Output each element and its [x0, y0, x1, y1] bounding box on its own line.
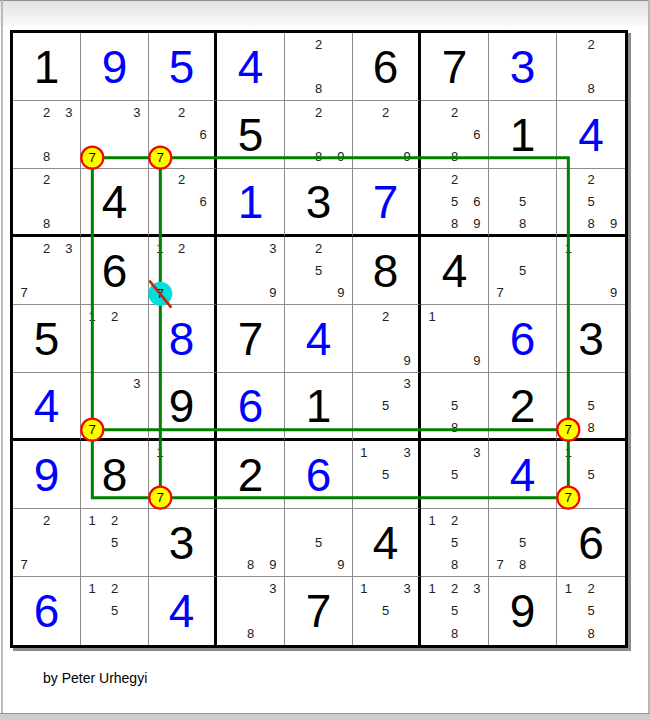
cell-r7c5[interactable]: 6: [285, 441, 353, 509]
empty-mark-slot: [81, 416, 103, 438]
pencil-marks: 29: [353, 101, 418, 168]
empty-mark-slot: [81, 395, 103, 417]
empty-mark-slot: [35, 191, 57, 213]
pencil-mark-1: 1: [557, 577, 580, 600]
cell-r9c7[interactable]: 12358: [421, 577, 489, 645]
empty-mark-slot: [13, 531, 35, 553]
cell-r9c1[interactable]: 6: [13, 577, 81, 645]
cell-r9c5[interactable]: 7: [285, 577, 353, 645]
empty-mark-slot: [421, 123, 443, 145]
cell-r6c5[interactable]: 1: [285, 373, 353, 441]
cell-r2c9[interactable]: 4: [557, 101, 625, 169]
pencil-mark-2: 2: [35, 101, 57, 123]
cell-r9c9[interactable]: 1258: [557, 577, 625, 645]
cell-r5c8[interactable]: 6: [489, 305, 557, 373]
empty-mark-slot: [285, 531, 307, 553]
cell-r7c3[interactable]: 1: [149, 441, 217, 509]
cell-r5c9[interactable]: 3: [557, 305, 625, 373]
pencil-mark-9: 9: [466, 350, 488, 372]
empty-mark-slot: [126, 123, 148, 145]
empty-mark-slot: [149, 282, 171, 304]
pencil-mark-2: 2: [375, 305, 397, 327]
cell-r1c4[interactable]: 4: [217, 33, 285, 101]
pencil-mark-1: 1: [421, 509, 443, 531]
solved-digit: 6: [285, 441, 352, 508]
empty-mark-slot: [217, 600, 239, 623]
cell-r4c8[interactable]: 57: [489, 237, 557, 305]
empty-mark-slot: [466, 305, 488, 327]
empty-mark-slot: [466, 395, 488, 417]
empty-mark-slot: [126, 350, 148, 372]
cell-r4c2[interactable]: 6: [81, 237, 149, 305]
empty-mark-slot: [489, 259, 511, 281]
empty-mark-slot: [557, 373, 580, 395]
empty-mark-slot: [192, 237, 214, 259]
empty-mark-slot: [192, 486, 214, 508]
pencil-marks: 89: [217, 509, 284, 576]
cell-r8c1[interactable]: 27: [13, 509, 81, 577]
empty-mark-slot: [149, 259, 171, 281]
cell-r5c6[interactable]: 29: [353, 305, 421, 373]
empty-mark-slot: [443, 305, 465, 327]
empty-mark-slot: [171, 259, 193, 281]
empty-mark-slot: [330, 237, 352, 259]
empty-mark-slot: [602, 191, 625, 213]
empty-mark-slot: [602, 463, 625, 485]
empty-mark-slot: [103, 373, 125, 395]
cell-r2c2[interactable]: 3: [81, 101, 149, 169]
empty-mark-slot: [375, 416, 397, 438]
cell-r5c1[interactable]: 5: [13, 305, 81, 373]
empty-mark-slot: [580, 373, 603, 395]
pencil-mark-9: 9: [396, 146, 418, 168]
cell-r7c1[interactable]: 9: [13, 441, 81, 509]
cell-r9c8[interactable]: 9: [489, 577, 557, 645]
cell-r1c6[interactable]: 6: [353, 33, 421, 101]
cell-r5c5[interactable]: 4: [285, 305, 353, 373]
empty-mark-slot: [534, 212, 556, 234]
cell-r9c4[interactable]: 38: [217, 577, 285, 645]
empty-mark-slot: [580, 55, 603, 77]
pencil-mark-3: 3: [126, 373, 148, 395]
cell-r2c6[interactable]: 29: [353, 101, 421, 169]
cell-r2c4[interactable]: 5: [217, 101, 285, 169]
empty-mark-slot: [421, 212, 443, 234]
empty-mark-slot: [421, 554, 443, 576]
empty-mark-slot: [58, 259, 80, 281]
empty-mark-slot: [307, 509, 329, 531]
cell-r6c4[interactable]: 6: [217, 373, 285, 441]
pencil-marks: 39: [217, 237, 284, 304]
cell-r4c6[interactable]: 8: [353, 237, 421, 305]
empty-mark-slot: [602, 600, 625, 623]
cell-r9c6[interactable]: 135: [353, 577, 421, 645]
empty-mark-slot: [534, 237, 556, 259]
pencil-mark-1: 1: [421, 577, 443, 600]
empty-mark-slot: [421, 622, 443, 645]
empty-mark-slot: [353, 123, 375, 145]
cell-r4c1[interactable]: 237: [13, 237, 81, 305]
cell-r6c2[interactable]: 3: [81, 373, 149, 441]
empty-mark-slot: [149, 169, 171, 191]
pencil-mark-2: 2: [307, 33, 329, 55]
empty-mark-slot: [58, 509, 80, 531]
cell-r2c7[interactable]: 268: [421, 101, 489, 169]
given-digit: 7: [285, 577, 352, 645]
pencil-marks: 26: [149, 101, 214, 168]
empty-mark-slot: [217, 531, 239, 553]
empty-mark-slot: [330, 33, 352, 55]
empty-mark-slot: [81, 531, 103, 553]
pencil-mark-8: 8: [443, 416, 465, 438]
pencil-marks: 125: [81, 577, 148, 645]
empty-mark-slot: [602, 395, 625, 417]
cell-r8c6[interactable]: 4: [353, 509, 421, 577]
pencil-mark-8: 8: [239, 554, 261, 576]
pencil-mark-5: 5: [103, 531, 125, 553]
cell-r4c4[interactable]: 39: [217, 237, 285, 305]
empty-mark-slot: [58, 531, 80, 553]
cell-r2c1[interactable]: 238: [13, 101, 81, 169]
empty-mark-slot: [580, 259, 603, 281]
cell-r7c7[interactable]: 35: [421, 441, 489, 509]
empty-mark-slot: [149, 486, 171, 508]
pencil-mark-3: 3: [396, 441, 418, 463]
empty-mark-slot: [171, 191, 193, 213]
cell-r1c1[interactable]: 1: [13, 33, 81, 101]
pencil-mark-5: 5: [580, 463, 603, 485]
cell-r8c5[interactable]: 59: [285, 509, 353, 577]
cell-r7c6[interactable]: 135: [353, 441, 421, 509]
empty-mark-slot: [421, 191, 443, 213]
empty-mark-slot: [81, 350, 103, 372]
empty-mark-slot: [466, 169, 488, 191]
cell-r2c3[interactable]: 26: [149, 101, 217, 169]
pencil-marks: 12358: [421, 577, 488, 645]
given-digit: 4: [81, 169, 148, 234]
pencil-mark-2: 2: [103, 305, 125, 327]
pencil-marks: 38: [217, 577, 284, 645]
empty-mark-slot: [353, 146, 375, 168]
empty-mark-slot: [58, 146, 80, 168]
pencil-marks: 2589: [557, 169, 625, 234]
cell-r3c7[interactable]: 25689: [421, 169, 489, 237]
empty-mark-slot: [466, 509, 488, 531]
empty-mark-slot: [171, 282, 193, 304]
empty-mark-slot: [353, 101, 375, 123]
cell-r6c6[interactable]: 35: [353, 373, 421, 441]
pencil-mark-3: 3: [58, 237, 80, 259]
cell-r3c2[interactable]: 4: [81, 169, 149, 237]
empty-mark-slot: [126, 395, 148, 417]
pencil-mark-9: 9: [602, 282, 625, 304]
empty-mark-slot: [217, 259, 239, 281]
empty-mark-slot: [353, 600, 375, 623]
cell-r5c3[interactable]: 8: [149, 305, 217, 373]
empty-mark-slot: [602, 55, 625, 77]
cell-r3c5[interactable]: 3: [285, 169, 353, 237]
empty-mark-slot: [511, 237, 533, 259]
empty-mark-slot: [126, 531, 148, 553]
empty-mark-slot: [81, 622, 103, 645]
cell-r1c3[interactable]: 5: [149, 33, 217, 101]
given-digit: 3: [285, 169, 352, 234]
cell-r4c9[interactable]: 19: [557, 237, 625, 305]
empty-mark-slot: [466, 600, 488, 623]
pencil-mark-5: 5: [375, 395, 397, 417]
empty-mark-slot: [126, 146, 148, 168]
empty-mark-slot: [396, 123, 418, 145]
solved-digit: 4: [13, 373, 80, 438]
cell-r5c7[interactable]: 19: [421, 305, 489, 373]
pencil-marks: 3: [81, 101, 148, 168]
empty-mark-slot: [330, 78, 352, 100]
cell-r4c7[interactable]: 4: [421, 237, 489, 305]
empty-mark-slot: [149, 191, 171, 213]
pencil-mark-3: 3: [396, 577, 418, 600]
empty-mark-slot: [557, 191, 580, 213]
pencil-marks: 29: [353, 305, 418, 372]
empty-mark-slot: [534, 509, 556, 531]
pencil-mark-1: 1: [149, 237, 171, 259]
cell-r6c7[interactable]: 58: [421, 373, 489, 441]
cell-r3c3[interactable]: 26: [149, 169, 217, 237]
cell-r2c8[interactable]: 1: [489, 101, 557, 169]
pencil-mark-1: 1: [81, 509, 103, 531]
cell-r5c2[interactable]: 12: [81, 305, 149, 373]
empty-mark-slot: [239, 509, 261, 531]
empty-mark-slot: [443, 486, 465, 508]
pencil-mark-6: 6: [466, 123, 488, 145]
cell-r7c4[interactable]: 2: [217, 441, 285, 509]
cell-r6c3[interactable]: 9: [149, 373, 217, 441]
pencil-marks: 35: [421, 441, 488, 508]
given-digit: 5: [13, 305, 80, 372]
empty-mark-slot: [239, 600, 261, 623]
cell-r8c8[interactable]: 578: [489, 509, 557, 577]
empty-mark-slot: [330, 55, 352, 77]
cell-r3c1[interactable]: 28: [13, 169, 81, 237]
empty-mark-slot: [217, 577, 239, 600]
empty-mark-slot: [330, 259, 352, 281]
empty-mark-slot: [103, 554, 125, 576]
cell-r8c3[interactable]: 3: [149, 509, 217, 577]
pencil-mark-5: 5: [443, 191, 465, 213]
empty-mark-slot: [489, 531, 511, 553]
cell-r1c5[interactable]: 28: [285, 33, 353, 101]
empty-mark-slot: [217, 622, 239, 645]
cell-r7c8[interactable]: 4: [489, 441, 557, 509]
empty-mark-slot: [239, 577, 261, 600]
solved-digit: 3: [489, 33, 556, 100]
empty-mark-slot: [557, 486, 580, 508]
cell-r9c3[interactable]: 4: [149, 577, 217, 645]
empty-mark-slot: [192, 282, 214, 304]
pencil-mark-2: 2: [580, 169, 603, 191]
empty-mark-slot: [353, 327, 375, 349]
empty-mark-slot: [602, 577, 625, 600]
pencil-mark-9: 9: [396, 350, 418, 372]
pencil-marks: 19: [557, 237, 625, 304]
empty-mark-slot: [13, 101, 35, 123]
cell-r1c9[interactable]: 28: [557, 33, 625, 101]
cell-r7c9[interactable]: 15: [557, 441, 625, 509]
cell-r1c2[interactable]: 9: [81, 33, 149, 101]
pencil-marks: 19: [421, 305, 488, 372]
given-digit: 1: [489, 101, 556, 168]
empty-mark-slot: [285, 33, 307, 55]
pencil-mark-8: 8: [239, 622, 261, 645]
cell-r1c8[interactable]: 3: [489, 33, 557, 101]
cell-r8c7[interactable]: 1258: [421, 509, 489, 577]
empty-mark-slot: [421, 416, 443, 438]
given-digit: 4: [353, 509, 418, 576]
empty-mark-slot: [126, 509, 148, 531]
pencil-mark-2: 2: [103, 509, 125, 531]
cell-r4c3[interactable]: 12: [149, 237, 217, 305]
empty-mark-slot: [192, 463, 214, 485]
empty-mark-slot: [149, 146, 171, 168]
empty-mark-slot: [534, 169, 556, 191]
solved-digit: 4: [285, 305, 352, 372]
pencil-mark-7: 7: [489, 282, 511, 304]
pencil-mark-2: 2: [443, 101, 465, 123]
pencil-mark-9: 9: [602, 212, 625, 234]
pencil-marks: 135: [353, 441, 418, 508]
empty-mark-slot: [217, 509, 239, 531]
empty-mark-slot: [557, 55, 580, 77]
empty-mark-slot: [353, 416, 375, 438]
empty-mark-slot: [13, 169, 35, 191]
pencil-marks: 26: [149, 169, 214, 234]
empty-mark-slot: [534, 191, 556, 213]
empty-mark-slot: [466, 463, 488, 485]
cell-r3c8[interactable]: 58: [489, 169, 557, 237]
empty-mark-slot: [13, 191, 35, 213]
cell-r3c6[interactable]: 7: [353, 169, 421, 237]
empty-mark-slot: [396, 600, 418, 623]
empty-mark-slot: [375, 350, 397, 372]
given-digit: 1: [285, 373, 352, 438]
empty-mark-slot: [262, 531, 284, 553]
pencil-mark-3: 3: [126, 101, 148, 123]
empty-mark-slot: [13, 509, 35, 531]
pencil-mark-8: 8: [580, 212, 603, 234]
cell-r7c2[interactable]: 8: [81, 441, 149, 509]
empty-mark-slot: [353, 486, 375, 508]
pencil-mark-8: 8: [35, 146, 57, 168]
empty-mark-slot: [58, 282, 80, 304]
empty-mark-slot: [13, 259, 35, 281]
pencil-mark-2: 2: [35, 509, 57, 531]
pencil-mark-5: 5: [375, 600, 397, 623]
empty-mark-slot: [262, 259, 284, 281]
empty-mark-slot: [58, 123, 80, 145]
empty-mark-slot: [557, 33, 580, 55]
empty-mark-slot: [421, 463, 443, 485]
solved-digit: 8: [149, 305, 214, 372]
solved-digit: 6: [217, 373, 284, 438]
empty-mark-slot: [285, 259, 307, 281]
empty-mark-slot: [489, 191, 511, 213]
cell-r3c9[interactable]: 2589: [557, 169, 625, 237]
empty-mark-slot: [421, 486, 443, 508]
cell-r4c5[interactable]: 259: [285, 237, 353, 305]
empty-mark-slot: [192, 212, 214, 234]
cell-r8c9[interactable]: 6: [557, 509, 625, 577]
empty-mark-slot: [396, 486, 418, 508]
pencil-mark-2: 2: [307, 101, 329, 123]
empty-mark-slot: [466, 373, 488, 395]
pencil-marks: 237: [13, 237, 80, 304]
pencil-marks: 125: [81, 509, 148, 576]
cell-r5c4[interactable]: 7: [217, 305, 285, 373]
cell-r6c1[interactable]: 4: [13, 373, 81, 441]
empty-mark-slot: [35, 259, 57, 281]
cell-r9c2[interactable]: 125: [81, 577, 149, 645]
empty-mark-slot: [330, 531, 352, 553]
pencil-marks: 28: [557, 33, 625, 100]
solved-digit: 1: [217, 169, 284, 234]
pencil-mark-9: 9: [330, 146, 352, 168]
empty-mark-slot: [534, 554, 556, 576]
empty-mark-slot: [421, 441, 443, 463]
empty-mark-slot: [262, 509, 284, 531]
pencil-marks: 28: [285, 33, 352, 100]
cell-r8c4[interactable]: 89: [217, 509, 285, 577]
cell-r2c5[interactable]: 289: [285, 101, 353, 169]
pencil-mark-2: 2: [443, 577, 465, 600]
empty-mark-slot: [511, 509, 533, 531]
cell-r6c8[interactable]: 2: [489, 373, 557, 441]
cell-r8c2[interactable]: 125: [81, 509, 149, 577]
empty-mark-slot: [13, 212, 35, 234]
empty-mark-slot: [602, 237, 625, 259]
pencil-mark-8: 8: [511, 212, 533, 234]
pencil-mark-5: 5: [511, 191, 533, 213]
cell-r1c7[interactable]: 7: [421, 33, 489, 101]
empty-mark-slot: [375, 146, 397, 168]
pencil-mark-2: 2: [307, 237, 329, 259]
cell-r6c9[interactable]: 58: [557, 373, 625, 441]
given-digit: 6: [557, 509, 625, 576]
empty-mark-slot: [285, 146, 307, 168]
solved-digit: 9: [13, 441, 80, 508]
pencil-mark-1: 1: [557, 237, 580, 259]
pencil-mark-5: 5: [443, 395, 465, 417]
pencil-mark-2: 2: [443, 169, 465, 191]
pencil-marks: 12: [81, 305, 148, 372]
empty-mark-slot: [149, 101, 171, 123]
pencil-mark-1: 1: [557, 441, 580, 463]
pencil-mark-5: 5: [511, 259, 533, 281]
empty-mark-slot: [307, 123, 329, 145]
pencil-mark-5: 5: [443, 463, 465, 485]
empty-mark-slot: [35, 282, 57, 304]
app-window: 1954286732823832652892926814284261372568…: [0, 0, 650, 720]
empty-mark-slot: [396, 416, 418, 438]
pencil-mark-2: 2: [171, 101, 193, 123]
cell-r3c4[interactable]: 1: [217, 169, 285, 237]
empty-mark-slot: [602, 169, 625, 191]
empty-mark-slot: [239, 237, 261, 259]
pencil-marks: 259: [285, 237, 352, 304]
pencil-marks: 268: [421, 101, 488, 168]
empty-mark-slot: [171, 486, 193, 508]
empty-mark-slot: [103, 416, 125, 438]
pencil-marks: 578: [489, 509, 556, 576]
pencil-mark-5: 5: [103, 600, 125, 623]
